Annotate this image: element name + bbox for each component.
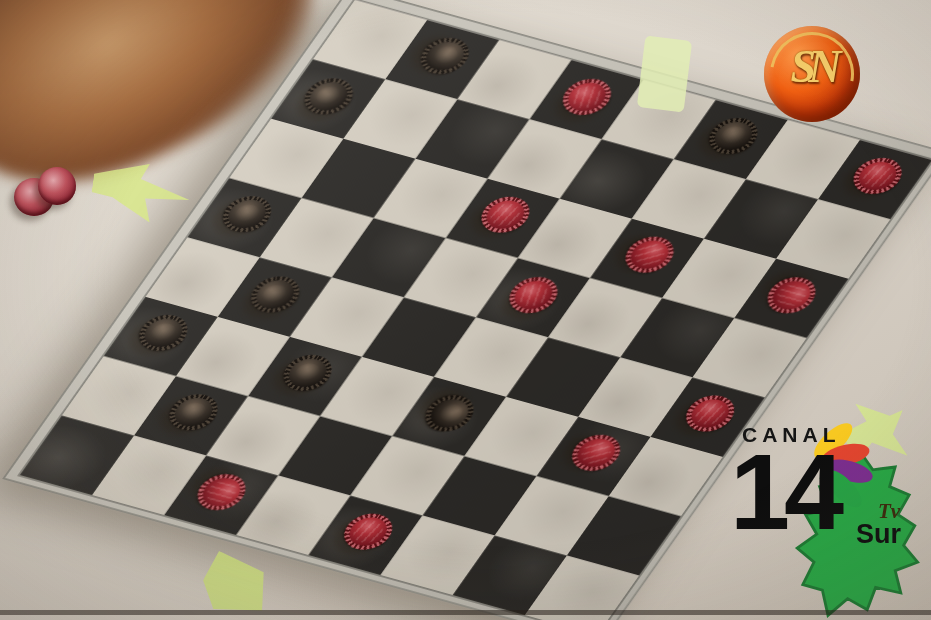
- green-tape-strip-top: [637, 35, 692, 112]
- tv-frame-scene: SN CANAL 14 Tv Sur: [0, 0, 931, 620]
- checker-red-cap: [191, 472, 253, 513]
- checker-red-cap: [335, 509, 401, 555]
- checker-red-cap: [473, 192, 539, 238]
- checker-red-cap: [619, 230, 680, 280]
- sur-text: Sur: [856, 519, 901, 550]
- checker-red-cap: [507, 275, 559, 315]
- checker-black-cap: [214, 191, 280, 237]
- sn-channel-logo: SN: [764, 26, 860, 122]
- checker-black-cap: [419, 393, 481, 434]
- checker-black-cap: [161, 389, 227, 435]
- checker-red-cap: [845, 153, 911, 199]
- video-bottom-edge: [0, 610, 931, 615]
- canal-14-sur-logo: CANAL 14 Tv Sur: [728, 415, 928, 620]
- checker-black-cap: [131, 310, 197, 356]
- sn-logo-letters: SN: [764, 40, 860, 93]
- checker-black-cap: [414, 31, 475, 81]
- checker-black-cap: [303, 76, 355, 116]
- checker-black-cap: [275, 350, 341, 396]
- checker-red-cap: [565, 428, 626, 478]
- checker-black-cap: [701, 113, 767, 159]
- channel-number: 14: [730, 429, 838, 554]
- checker-red-cap: [761, 275, 823, 316]
- captured-red-cap: [38, 167, 76, 205]
- checker-black-cap: [249, 275, 301, 315]
- checker-red-cap: [561, 77, 613, 117]
